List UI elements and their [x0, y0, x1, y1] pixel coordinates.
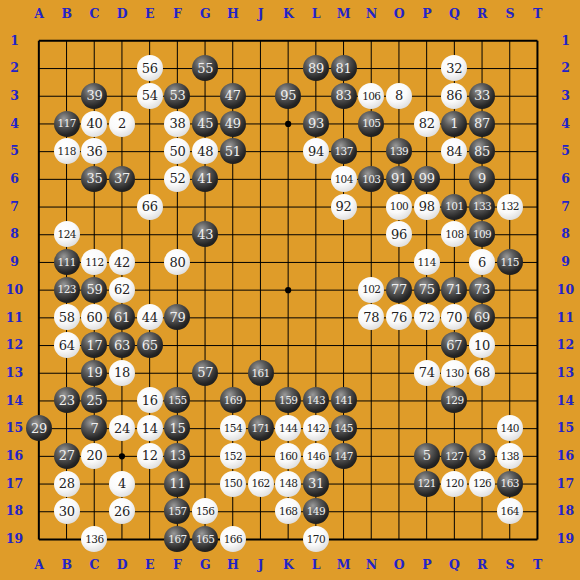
- move-number: 19: [86, 366, 102, 379]
- col-label-bottom-F: F: [173, 558, 182, 571]
- stone-black-R3: 33: [469, 83, 495, 109]
- move-number: 49: [225, 117, 241, 130]
- stone-black-L18: 149: [303, 498, 329, 524]
- stone-black-L4: 93: [303, 111, 329, 137]
- stone-white-O7: 100: [386, 194, 412, 220]
- stone-white-N3: 106: [358, 83, 384, 109]
- move-number: 29: [31, 422, 47, 435]
- stone-white-N10: 102: [358, 277, 384, 303]
- move-number: 102: [362, 284, 380, 295]
- stone-black-S17: 163: [497, 471, 523, 497]
- move-number: 62: [114, 283, 130, 296]
- move-number: 99: [419, 172, 435, 185]
- move-number: 159: [279, 395, 297, 406]
- stone-white-D17: 4: [109, 471, 135, 497]
- move-number: 123: [58, 284, 76, 295]
- move-number: 133: [473, 201, 491, 212]
- move-number: 163: [501, 478, 519, 489]
- move-number: 100: [390, 201, 408, 212]
- stone-black-H5: 51: [220, 138, 246, 164]
- move-number: 15: [169, 422, 185, 435]
- stone-black-C10: 59: [81, 277, 107, 303]
- col-label-bottom-R: R: [477, 558, 487, 571]
- row-label-right-18: 18: [557, 505, 574, 518]
- stone-white-S15: 140: [497, 415, 523, 441]
- move-number: 121: [418, 478, 436, 489]
- move-number: 27: [59, 449, 75, 462]
- row-label-left-18: 18: [6, 505, 23, 518]
- move-number: 55: [197, 62, 213, 75]
- move-number: 60: [86, 311, 102, 324]
- move-number: 148: [279, 478, 297, 489]
- move-number: 66: [142, 200, 158, 213]
- row-label-right-11: 11: [557, 311, 574, 324]
- move-number: 155: [168, 395, 186, 406]
- move-number: 157: [168, 506, 186, 517]
- move-number: 143: [307, 395, 325, 406]
- move-number: 109: [473, 229, 491, 240]
- stone-white-P11: 72: [414, 304, 440, 330]
- stone-black-R4: 87: [469, 111, 495, 137]
- move-number: 80: [169, 256, 185, 269]
- move-number: 44: [142, 311, 158, 324]
- go-board[interactable]: 5655898132395453479583106886331174023845…: [25, 27, 551, 553]
- stone-white-E16: 12: [137, 443, 163, 469]
- move-number: 18: [114, 366, 130, 379]
- move-number: 145: [334, 423, 352, 434]
- row-label-right-7: 7: [561, 201, 570, 214]
- move-number: 81: [336, 62, 352, 75]
- stone-black-Q10: 71: [441, 277, 467, 303]
- move-number: 91: [391, 172, 407, 185]
- move-number: 39: [86, 89, 102, 102]
- move-number: 35: [86, 172, 102, 185]
- col-label-bottom-L: L: [312, 558, 321, 571]
- stone-white-D9: 42: [109, 249, 135, 275]
- stone-white-Q17: 120: [441, 471, 467, 497]
- move-number: 5: [423, 449, 431, 462]
- stone-white-S16: 138: [497, 443, 523, 469]
- row-label-right-9: 9: [561, 256, 570, 269]
- move-number: 74: [419, 366, 435, 379]
- stone-black-G6: 41: [192, 166, 218, 192]
- stone-black-M14: 141: [331, 387, 357, 413]
- stone-black-M2: 81: [331, 55, 357, 81]
- col-label-top-N: N: [366, 8, 377, 21]
- move-number: 7: [90, 422, 98, 435]
- row-label-left-19: 19: [6, 533, 23, 546]
- move-number: 68: [474, 366, 490, 379]
- col-label-top-F: F: [173, 8, 182, 21]
- col-label-bottom-G: G: [200, 558, 211, 571]
- stone-black-R10: 73: [469, 277, 495, 303]
- col-label-top-B: B: [61, 8, 72, 21]
- col-label-bottom-J: J: [258, 558, 264, 571]
- row-label-right-17: 17: [557, 478, 574, 491]
- move-number: 31: [308, 477, 324, 490]
- move-number: 3: [478, 449, 486, 462]
- stone-white-R12: 10: [469, 332, 495, 358]
- stone-black-B4: 117: [54, 111, 80, 137]
- col-label-bottom-K: K: [283, 558, 294, 571]
- row-label-left-8: 8: [10, 228, 19, 241]
- col-label-bottom-H: H: [227, 558, 239, 571]
- move-number: 54: [142, 89, 158, 102]
- move-number: 70: [446, 311, 462, 324]
- stone-black-Q7: 101: [441, 194, 467, 220]
- row-label-right-1: 1: [561, 34, 570, 47]
- stone-black-M3: 83: [331, 83, 357, 109]
- stone-black-F17: 11: [164, 471, 190, 497]
- stone-black-A15: 29: [26, 415, 52, 441]
- stone-white-F4: 38: [164, 111, 190, 137]
- row-label-left-10: 10: [6, 284, 23, 297]
- row-label-right-5: 5: [561, 145, 570, 158]
- move-number: 10: [474, 339, 490, 352]
- move-number: 112: [85, 257, 103, 268]
- stone-white-E2: 56: [137, 55, 163, 81]
- move-number: 164: [501, 506, 519, 517]
- move-number: 84: [446, 145, 462, 158]
- col-label-top-C: C: [89, 8, 99, 21]
- move-number: 8: [395, 89, 403, 102]
- stone-black-L17: 31: [303, 471, 329, 497]
- move-number: 33: [474, 89, 490, 102]
- stone-black-N4: 105: [358, 111, 384, 137]
- move-number: 106: [362, 91, 380, 102]
- stone-black-P16: 5: [414, 443, 440, 469]
- row-label-left-3: 3: [10, 90, 19, 103]
- move-number: 11: [169, 477, 185, 490]
- move-number: 132: [501, 201, 519, 212]
- move-number: 16: [142, 394, 158, 407]
- move-number: 20: [86, 449, 102, 462]
- move-number: 57: [197, 366, 213, 379]
- stone-white-L19: 170: [303, 526, 329, 552]
- col-label-top-A: A: [34, 8, 44, 21]
- stone-white-D10: 62: [109, 277, 135, 303]
- stone-black-L2: 89: [303, 55, 329, 81]
- move-number: 48: [197, 145, 213, 158]
- move-number: 124: [58, 229, 76, 240]
- stone-white-H15: 154: [220, 415, 246, 441]
- move-number: 120: [445, 478, 463, 489]
- move-number: 86: [446, 89, 462, 102]
- stone-black-M5: 137: [331, 138, 357, 164]
- stone-white-R17: 126: [469, 471, 495, 497]
- move-number: 59: [86, 283, 102, 296]
- col-label-bottom-D: D: [117, 558, 128, 571]
- row-label-left-4: 4: [10, 117, 19, 130]
- stone-black-E12: 65: [137, 332, 163, 358]
- col-label-top-O: O: [394, 8, 405, 21]
- stone-white-B11: 58: [54, 304, 80, 330]
- move-number: 83: [336, 89, 352, 102]
- move-number: 96: [391, 228, 407, 241]
- move-number: 94: [308, 145, 324, 158]
- move-number: 50: [169, 145, 185, 158]
- move-number: 32: [446, 62, 462, 75]
- stone-black-Q4: 1: [441, 111, 467, 137]
- move-number: 137: [334, 146, 352, 157]
- move-number: 12: [142, 449, 158, 462]
- col-label-bottom-T: T: [533, 558, 542, 571]
- col-label-top-Q: Q: [449, 8, 460, 21]
- move-number: 6: [478, 256, 486, 269]
- col-label-bottom-O: O: [394, 558, 405, 571]
- move-number: 170: [307, 534, 325, 545]
- stone-white-K16: 160: [275, 443, 301, 469]
- move-number: 126: [473, 478, 491, 489]
- col-label-top-H: H: [227, 8, 239, 21]
- move-number: 13: [169, 449, 185, 462]
- move-number: 38: [169, 117, 185, 130]
- col-label-bottom-A: A: [34, 558, 44, 571]
- move-number: 51: [225, 145, 241, 158]
- stone-black-P17: 121: [414, 471, 440, 497]
- row-label-right-3: 3: [561, 90, 570, 103]
- row-label-left-7: 7: [10, 201, 19, 214]
- col-label-top-D: D: [117, 8, 128, 21]
- move-number: 138: [501, 451, 519, 462]
- row-label-right-12: 12: [557, 339, 574, 352]
- col-label-top-J: J: [258, 8, 264, 21]
- move-number: 40: [86, 117, 102, 130]
- stone-black-O6: 91: [386, 166, 412, 192]
- move-number: 28: [59, 477, 75, 490]
- stone-white-B8: 124: [54, 221, 80, 247]
- col-label-bottom-Q: Q: [449, 558, 460, 571]
- move-number: 45: [197, 117, 213, 130]
- move-number: 56: [142, 62, 158, 75]
- move-number: 129: [445, 395, 463, 406]
- move-number: 87: [474, 117, 490, 130]
- move-number: 146: [307, 451, 325, 462]
- move-number: 103: [362, 174, 380, 185]
- move-number: 61: [114, 311, 130, 324]
- move-number: 156: [196, 506, 214, 517]
- stone-white-S18: 164: [497, 498, 523, 524]
- stone-white-B18: 30: [54, 498, 80, 524]
- move-number: 25: [86, 394, 102, 407]
- move-number: 152: [224, 451, 242, 462]
- move-number: 52: [169, 172, 185, 185]
- move-number: 36: [86, 145, 102, 158]
- col-label-top-E: E: [145, 8, 155, 21]
- stone-white-O3: 8: [386, 83, 412, 109]
- move-number: 161: [251, 368, 269, 379]
- move-number: 85: [474, 145, 490, 158]
- row-label-right-15: 15: [557, 422, 574, 435]
- stone-white-B12: 64: [54, 332, 80, 358]
- stone-white-H19: 166: [220, 526, 246, 552]
- row-label-left-2: 2: [10, 62, 19, 75]
- move-number: 162: [251, 478, 269, 489]
- stone-white-L5: 94: [303, 138, 329, 164]
- row-label-right-8: 8: [561, 228, 570, 241]
- col-label-top-M: M: [337, 8, 351, 21]
- stone-white-L15: 142: [303, 415, 329, 441]
- move-number: 42: [114, 256, 130, 269]
- move-number: 75: [419, 283, 435, 296]
- stone-black-J13: 161: [248, 360, 274, 386]
- row-label-left-16: 16: [6, 450, 23, 463]
- move-number: 9: [478, 172, 486, 185]
- move-number: 171: [251, 423, 269, 434]
- row-label-left-17: 17: [6, 478, 23, 491]
- row-label-left-6: 6: [10, 173, 19, 186]
- move-number: 63: [114, 339, 130, 352]
- stone-white-R13: 68: [469, 360, 495, 386]
- stone-white-C4: 40: [81, 111, 107, 137]
- stone-black-B16: 27: [54, 443, 80, 469]
- row-label-right-19: 19: [557, 533, 574, 546]
- stone-white-L16: 146: [303, 443, 329, 469]
- move-number: 14: [142, 422, 158, 435]
- stone-black-K3: 95: [275, 83, 301, 109]
- move-number: 117: [58, 118, 76, 129]
- move-number: 69: [474, 311, 490, 324]
- stone-black-O10: 77: [386, 277, 412, 303]
- stone-black-G4: 45: [192, 111, 218, 137]
- col-label-bottom-M: M: [337, 558, 351, 571]
- stone-white-M6: 104: [331, 166, 357, 192]
- move-number: 37: [114, 172, 130, 185]
- move-number: 167: [168, 534, 186, 545]
- move-number: 79: [169, 311, 185, 324]
- move-number: 95: [280, 89, 296, 102]
- row-label-right-13: 13: [557, 367, 574, 380]
- move-number: 72: [419, 311, 435, 324]
- col-label-top-K: K: [283, 8, 294, 21]
- col-label-bottom-P: P: [422, 558, 431, 571]
- move-number: 160: [279, 451, 297, 462]
- stone-black-G19: 165: [192, 526, 218, 552]
- stone-black-D6: 37: [109, 166, 135, 192]
- row-label-left-13: 13: [6, 367, 23, 380]
- row-label-right-16: 16: [557, 450, 574, 463]
- stone-black-B9: 111: [54, 249, 80, 275]
- row-label-right-2: 2: [561, 62, 570, 75]
- move-number: 108: [445, 229, 463, 240]
- move-number: 23: [59, 394, 75, 407]
- stone-white-H16: 152: [220, 443, 246, 469]
- stone-black-R7: 133: [469, 194, 495, 220]
- move-number: 147: [334, 451, 352, 462]
- move-number: 101: [445, 201, 463, 212]
- move-number: 165: [196, 534, 214, 545]
- move-number: 150: [224, 478, 242, 489]
- col-label-bottom-E: E: [145, 558, 155, 571]
- move-number: 82: [419, 117, 435, 130]
- move-number: 89: [308, 62, 324, 75]
- move-number: 43: [197, 228, 213, 241]
- move-number: 26: [114, 505, 130, 518]
- move-number: 149: [307, 506, 325, 517]
- stone-white-P13: 74: [414, 360, 440, 386]
- col-label-bottom-B: B: [61, 558, 72, 571]
- row-label-right-6: 6: [561, 173, 570, 186]
- stone-black-R16: 3: [469, 443, 495, 469]
- move-number: 127: [445, 451, 463, 462]
- row-label-left-11: 11: [6, 311, 23, 324]
- move-number: 104: [334, 174, 352, 185]
- col-label-top-S: S: [505, 8, 514, 21]
- stone-white-R9: 6: [469, 249, 495, 275]
- move-number: 141: [334, 395, 352, 406]
- row-label-left-12: 12: [6, 339, 23, 352]
- stone-black-P6: 99: [414, 166, 440, 192]
- row-label-left-9: 9: [10, 256, 19, 269]
- row-label-left-15: 15: [6, 422, 23, 435]
- move-number: 93: [308, 117, 324, 130]
- stone-white-D13: 18: [109, 360, 135, 386]
- move-number: 64: [59, 339, 75, 352]
- move-number: 17: [86, 339, 102, 352]
- col-label-top-L: L: [312, 8, 321, 21]
- stone-black-Q16: 127: [441, 443, 467, 469]
- col-label-bottom-N: N: [366, 558, 377, 571]
- move-number: 154: [224, 423, 242, 434]
- move-number: 142: [307, 423, 325, 434]
- move-number: 98: [419, 200, 435, 213]
- move-number: 136: [85, 534, 103, 545]
- stone-black-D12: 63: [109, 332, 135, 358]
- row-label-left-1: 1: [10, 34, 19, 47]
- move-number: 76: [391, 311, 407, 324]
- move-number: 78: [363, 311, 379, 324]
- row-label-right-14: 14: [557, 394, 574, 407]
- move-number: 2: [118, 117, 126, 130]
- stone-black-R6: 9: [469, 166, 495, 192]
- stone-white-E7: 66: [137, 194, 163, 220]
- move-number: 115: [501, 257, 519, 268]
- col-label-top-P: P: [422, 8, 431, 21]
- stone-white-H17: 150: [220, 471, 246, 497]
- move-number: 92: [336, 200, 352, 213]
- stone-white-P9: 114: [414, 249, 440, 275]
- col-label-bottom-S: S: [505, 558, 514, 571]
- stone-black-M16: 147: [331, 443, 357, 469]
- move-number: 1: [450, 117, 458, 130]
- move-number: 139: [390, 146, 408, 157]
- row-label-right-10: 10: [557, 284, 574, 297]
- move-number: 169: [224, 395, 242, 406]
- move-number: 144: [279, 423, 297, 434]
- move-number: 71: [446, 283, 462, 296]
- hoshi-point: [285, 287, 291, 293]
- move-number: 47: [225, 89, 241, 102]
- row-label-right-4: 4: [561, 117, 570, 130]
- stone-black-J15: 171: [248, 415, 274, 441]
- move-number: 67: [446, 339, 462, 352]
- move-number: 65: [142, 339, 158, 352]
- stone-black-S9: 115: [497, 249, 523, 275]
- stone-black-G13: 57: [192, 360, 218, 386]
- stone-white-M7: 92: [331, 194, 357, 220]
- stone-white-B17: 28: [54, 471, 80, 497]
- stone-white-P7: 98: [414, 194, 440, 220]
- move-number: 77: [391, 283, 407, 296]
- stone-white-Q13: 130: [441, 360, 467, 386]
- stone-black-B10: 123: [54, 277, 80, 303]
- stone-white-B5: 118: [54, 138, 80, 164]
- hoshi-point: [119, 453, 125, 459]
- stone-white-K17: 148: [275, 471, 301, 497]
- move-number: 114: [418, 257, 436, 268]
- move-number: 58: [59, 311, 75, 324]
- row-label-left-5: 5: [10, 145, 19, 158]
